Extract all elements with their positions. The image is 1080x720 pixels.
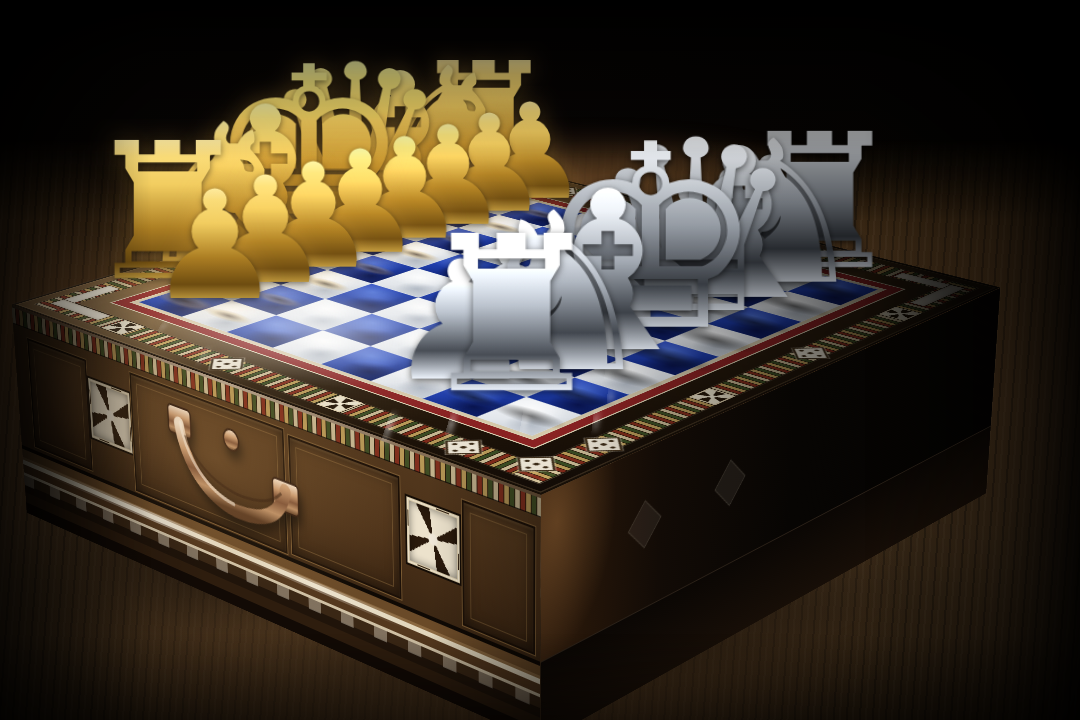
star-inlay <box>88 378 133 454</box>
handle-finial <box>223 427 239 454</box>
ivory-diamond-inlay <box>628 500 662 548</box>
scene-photo: ♜♜♟♟♟♟♜♜♞♞♟♟♟♟♞♞♝♝♟♟♟♟♝♝♛♛♟♟♟♟♛♛♚♚♟♟♟♟♚♚… <box>0 0 1080 720</box>
ivory-diamond-inlay <box>585 437 623 451</box>
ivory-diamond-inlay <box>209 358 244 370</box>
front-panel <box>462 500 536 656</box>
ivory-diamond-inlay <box>792 347 829 359</box>
right-plinth <box>540 426 991 720</box>
ivory-diamond-inlay <box>715 459 746 506</box>
chess-box: ♜♜♟♟♟♟♜♜♞♞♟♟♟♟♞♞♝♝♟♟♟♟♝♝♛♛♟♟♟♟♛♛♚♚♟♟♟♟♚♚… <box>12 162 1001 495</box>
star-inlay <box>406 496 460 583</box>
star-mosaic-inlay <box>688 388 735 405</box>
ivory-diamond-inlay <box>517 457 555 472</box>
silver-piece-glyph: ♜ <box>385 209 639 424</box>
gold-piece-glyph: ♟ <box>102 170 329 320</box>
ivory-diamond-inlay <box>445 440 482 454</box>
star-mosaic-inlay <box>101 320 145 335</box>
scene-3d: ♜♜♟♟♟♟♜♜♞♞♟♟♟♟♞♞♝♝♟♟♟♟♝♝♛♛♟♟♟♟♛♛♚♚♟♟♟♟♚♚… <box>0 0 1080 720</box>
